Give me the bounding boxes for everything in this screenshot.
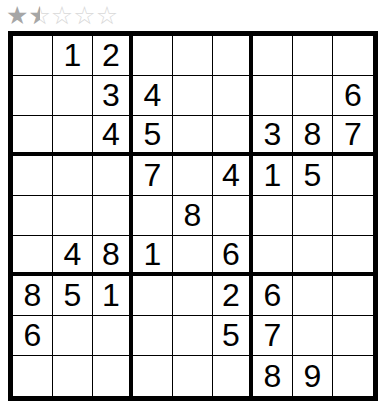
star-empty-icon: ☆ (73, 3, 95, 28)
cell-r5c8[interactable] (293, 196, 333, 236)
cell-r3c1[interactable] (13, 116, 53, 156)
cell-r4c4[interactable]: 7 (133, 156, 173, 196)
cell-r2c8[interactable] (293, 76, 333, 116)
cell-r8c4[interactable] (133, 316, 173, 356)
cell-r2c9[interactable]: 6 (333, 76, 373, 116)
star-half-icon: ☆★ (28, 3, 50, 28)
cell-r1c7[interactable] (253, 36, 293, 76)
sudoku-board: 12346453877415848168512665789 (8, 31, 378, 401)
cell-r8c9[interactable] (333, 316, 373, 356)
cell-r7c5[interactable] (173, 276, 213, 316)
cell-r8c8[interactable] (293, 316, 333, 356)
cell-r6c9[interactable] (333, 236, 373, 276)
cell-r5c7[interactable] (253, 196, 293, 236)
sudoku-page: ★☆★☆☆☆ 12346453877415848168512665789 (0, 0, 383, 408)
cell-r6c7[interactable] (253, 236, 293, 276)
cell-r9c5[interactable] (173, 356, 213, 396)
cell-r1c2[interactable]: 1 (53, 36, 93, 76)
cell-r4c5[interactable] (173, 156, 213, 196)
cell-r9c4[interactable] (133, 356, 173, 396)
cell-r9c2[interactable] (53, 356, 93, 396)
cell-r6c4[interactable]: 1 (133, 236, 173, 276)
cell-r7c7[interactable]: 6 (253, 276, 293, 316)
cell-r9c6[interactable] (213, 356, 253, 396)
cell-r1c5[interactable] (173, 36, 213, 76)
cell-r2c5[interactable] (173, 76, 213, 116)
cell-r2c4[interactable]: 4 (133, 76, 173, 116)
cell-r1c1[interactable] (13, 36, 53, 76)
cell-r3c8[interactable]: 8 (293, 116, 333, 156)
cell-r6c3[interactable]: 8 (93, 236, 133, 276)
cell-r8c3[interactable] (93, 316, 133, 356)
cell-r7c2[interactable]: 5 (53, 276, 93, 316)
cell-r4c6[interactable]: 4 (213, 156, 253, 196)
star-empty-icon: ☆ (51, 3, 73, 28)
cell-r6c8[interactable] (293, 236, 333, 276)
cell-r9c1[interactable] (13, 356, 53, 396)
cell-r5c1[interactable] (13, 196, 53, 236)
cell-r4c7[interactable]: 1 (253, 156, 293, 196)
cell-r4c1[interactable] (13, 156, 53, 196)
cell-r5c5[interactable]: 8 (173, 196, 213, 236)
difficulty-rating: ★☆★☆☆☆ (6, 2, 383, 28)
cell-r3c2[interactable] (53, 116, 93, 156)
cell-r9c7[interactable]: 8 (253, 356, 293, 396)
cell-r5c9[interactable] (333, 196, 373, 236)
cell-r2c3[interactable]: 3 (93, 76, 133, 116)
cell-r3c6[interactable] (213, 116, 253, 156)
cell-r1c9[interactable] (333, 36, 373, 76)
cell-r6c5[interactable] (173, 236, 213, 276)
cell-r4c3[interactable] (93, 156, 133, 196)
cell-r7c9[interactable] (333, 276, 373, 316)
cell-r1c4[interactable] (133, 36, 173, 76)
cell-r9c9[interactable] (333, 356, 373, 396)
cell-r1c3[interactable]: 2 (93, 36, 133, 76)
cell-r2c7[interactable] (253, 76, 293, 116)
cell-r3c4[interactable]: 5 (133, 116, 173, 156)
cell-r5c6[interactable] (213, 196, 253, 236)
cell-r8c5[interactable] (173, 316, 213, 356)
cell-r7c6[interactable]: 2 (213, 276, 253, 316)
cell-r7c3[interactable]: 1 (93, 276, 133, 316)
star-full-icon: ★ (6, 3, 28, 28)
cell-r4c9[interactable] (333, 156, 373, 196)
cell-r5c3[interactable] (93, 196, 133, 236)
cell-r6c1[interactable] (13, 236, 53, 276)
cell-r7c8[interactable] (293, 276, 333, 316)
cell-r7c1[interactable]: 8 (13, 276, 53, 316)
cell-r7c4[interactable] (133, 276, 173, 316)
star-empty-icon: ☆ (96, 3, 118, 28)
cell-r1c6[interactable] (213, 36, 253, 76)
cell-r2c2[interactable] (53, 76, 93, 116)
cell-r2c1[interactable] (13, 76, 53, 116)
cell-r3c9[interactable]: 7 (333, 116, 373, 156)
cell-r1c8[interactable] (293, 36, 333, 76)
cell-r3c3[interactable]: 4 (93, 116, 133, 156)
cell-r8c6[interactable]: 5 (213, 316, 253, 356)
cell-r3c7[interactable]: 3 (253, 116, 293, 156)
cell-r4c8[interactable]: 5 (293, 156, 333, 196)
cell-r5c2[interactable] (53, 196, 93, 236)
cell-r2c6[interactable] (213, 76, 253, 116)
cell-r6c2[interactable]: 4 (53, 236, 93, 276)
cell-r5c4[interactable] (133, 196, 173, 236)
cell-r8c1[interactable]: 6 (13, 316, 53, 356)
cell-r9c8[interactable]: 9 (293, 356, 333, 396)
cell-r3c5[interactable] (173, 116, 213, 156)
cell-r9c3[interactable] (93, 356, 133, 396)
star-half-fill: ★ (28, 3, 39, 28)
cell-r6c6[interactable]: 6 (213, 236, 253, 276)
cell-r8c2[interactable] (53, 316, 93, 356)
cell-r4c2[interactable] (53, 156, 93, 196)
cell-r8c7[interactable]: 7 (253, 316, 293, 356)
